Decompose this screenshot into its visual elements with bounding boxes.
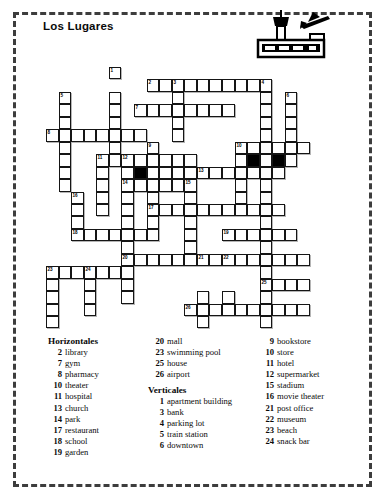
crossword-cell[interactable] (71, 216, 84, 229)
crossword-cell[interactable] (159, 79, 172, 92)
crossword-cell[interactable] (159, 154, 172, 167)
crossword-cell[interactable] (121, 167, 134, 179)
crossword-cell[interactable] (235, 179, 247, 192)
crossword-cell[interactable] (96, 167, 109, 179)
crossword-cell[interactable] (235, 192, 247, 204)
cell-number: 9 (149, 143, 152, 148)
clues-header-horizontales: Horizontales (48, 336, 99, 347)
clue-item: 25house (148, 358, 232, 369)
cell-number: 10 (237, 143, 242, 148)
clue-item: 3bank (148, 407, 232, 418)
clue-number: 12 (258, 369, 274, 379)
crossword-cell[interactable] (96, 204, 109, 216)
clue-number: 11 (258, 358, 274, 368)
crossword-cell[interactable] (134, 154, 147, 167)
crossword-cell[interactable] (285, 117, 297, 129)
clue-text: restaurant (65, 425, 99, 435)
crossword-cell[interactable] (147, 179, 159, 192)
clue-item: 24snack bar (258, 436, 324, 447)
crossword-cell[interactable] (235, 154, 247, 167)
crossword-cell[interactable] (297, 254, 310, 266)
crossword-cell[interactable] (184, 154, 197, 167)
clue-item: 16movie theater (258, 391, 324, 402)
crossword-cell[interactable] (260, 291, 272, 304)
crossword-cell[interactable] (247, 204, 260, 216)
cell-number: 23 (48, 267, 53, 272)
clue-number: 22 (258, 414, 274, 424)
crossword-cell[interactable]: 12 (121, 154, 134, 167)
crossword-cell[interactable] (272, 279, 285, 291)
crossword-cell[interactable] (147, 192, 159, 204)
crossword-cell[interactable] (172, 204, 184, 216)
clue-item: 17restaurant (48, 425, 99, 436)
cell-number: 12 (123, 155, 128, 160)
clue-number: 4 (148, 418, 164, 428)
crossword-cell[interactable] (134, 129, 147, 142)
clue-number: 2 (48, 347, 62, 357)
clue-list: 20mall23swimming pool25house26airport (148, 336, 232, 380)
crossword-cell[interactable] (134, 254, 147, 266)
clue-text: parking lot (167, 418, 204, 428)
crossword-cell[interactable]: 21 (197, 254, 209, 266)
crossword-cell[interactable] (235, 79, 247, 92)
clue-number: 21 (258, 403, 274, 413)
clue-text: house (167, 358, 187, 368)
crossword-cell[interactable] (260, 129, 272, 142)
crossword-cell[interactable] (285, 254, 297, 266)
clue-number: 9 (258, 336, 274, 346)
crossword-cell[interactable] (84, 304, 96, 316)
crossword-cell[interactable] (285, 304, 297, 316)
crossword-cell[interactable] (59, 104, 71, 117)
crossword-cell[interactable]: 13 (197, 167, 209, 179)
clue-item: 9bookstore (258, 336, 324, 347)
clue-number: 14 (48, 414, 62, 424)
clue-item: 23beach (258, 425, 324, 436)
clue-number: 19 (48, 447, 62, 457)
crossword-cell[interactable] (272, 254, 285, 266)
crossword-cell[interactable] (159, 179, 172, 192)
crossword-cell[interactable] (222, 79, 235, 92)
crossword-cell[interactable] (71, 266, 84, 279)
clue-text: downtown (167, 440, 203, 450)
cell-number: 4 (262, 80, 265, 85)
crossword-cell[interactable] (272, 142, 285, 154)
crossword-cell[interactable] (184, 241, 197, 254)
crossword-cell[interactable] (260, 92, 272, 104)
clue-text: swimming pool (167, 347, 221, 357)
crossword-cell[interactable] (247, 142, 260, 154)
cell-number: 17 (149, 205, 154, 210)
crossword-cell[interactable] (172, 254, 184, 266)
clue-item: 14park (48, 414, 99, 425)
crossword-cell[interactable] (109, 129, 121, 142)
crossword-cell[interactable] (109, 154, 121, 167)
clue-number: 13 (48, 403, 62, 413)
clue-item: 8pharmacy (48, 369, 99, 380)
clue-text: hospital (65, 391, 92, 401)
cell-number: 20 (123, 255, 128, 260)
crossword-cell[interactable] (159, 254, 172, 266)
crossword-cell[interactable] (272, 204, 285, 216)
clue-number: 26 (148, 369, 164, 379)
crossword-cell[interactable] (272, 304, 285, 316)
crossword-cell[interactable] (184, 216, 197, 229)
crossword-cell[interactable] (109, 92, 121, 104)
cell-number: 22 (224, 255, 229, 260)
crossword-cell[interactable] (260, 304, 272, 316)
crossword-cell[interactable] (285, 229, 297, 241)
clue-text: bookstore (277, 336, 311, 346)
crossword-cell[interactable] (46, 291, 59, 304)
crossword-cell[interactable] (121, 241, 134, 254)
crossword-cell[interactable] (172, 104, 184, 117)
crossword-cell[interactable] (59, 154, 71, 167)
crossword-cell[interactable] (222, 167, 235, 179)
crossword-cell[interactable] (247, 254, 260, 266)
crossword-cell[interactable] (285, 104, 297, 117)
crossword-cell[interactable] (260, 179, 272, 192)
cell-number: 26 (186, 305, 191, 310)
crossword-cell[interactable] (71, 129, 84, 142)
crossword-cell[interactable] (59, 142, 71, 154)
cell-number: 16 (73, 193, 78, 198)
clue-number: 24 (258, 436, 274, 446)
clues-column-middle: 20mall23swimming pool25house26airport Ve… (148, 336, 232, 451)
crossword-cell[interactable] (184, 204, 197, 216)
clue-text: museum (277, 414, 306, 424)
crossword-cell[interactable] (121, 266, 134, 279)
cell-number: 15 (186, 180, 191, 185)
crossword-cell[interactable] (59, 167, 71, 179)
crossword-cell[interactable] (235, 167, 247, 179)
crossword-cell[interactable] (59, 129, 71, 142)
crossword-cell[interactable] (260, 192, 272, 204)
crossword-cell[interactable] (121, 192, 134, 204)
crossword-cell[interactable] (247, 167, 260, 179)
crossword-cell-black (247, 154, 260, 167)
clue-item: 7gym (48, 358, 99, 369)
cell-number: 8 (48, 130, 51, 135)
crossword-cell[interactable] (272, 167, 285, 179)
cell-number: 11 (98, 155, 103, 160)
crossword-cell[interactable] (172, 92, 184, 104)
crossword-cell[interactable]: 7 (134, 104, 147, 117)
crossword-cell[interactable]: 4 (260, 79, 272, 92)
crossword-cell[interactable] (46, 279, 59, 291)
crossword-cell[interactable] (260, 167, 272, 179)
crossword-cell[interactable] (247, 229, 260, 241)
crossword-cell[interactable] (222, 204, 235, 216)
crossword-cell[interactable] (209, 104, 222, 117)
clue-text: apartment building (167, 396, 232, 406)
crossword-cell[interactable] (297, 304, 310, 316)
crossword-cell[interactable] (260, 316, 272, 328)
clue-number: 18 (48, 436, 62, 446)
crossword-cell-black (272, 154, 285, 167)
crossword-cell[interactable] (184, 192, 197, 204)
crossword-cell[interactable] (109, 104, 121, 117)
crossword-cell[interactable]: 16 (71, 192, 84, 204)
crossword-cell[interactable] (159, 204, 172, 216)
clue-text: post office (277, 403, 313, 413)
crossword-cell[interactable] (121, 204, 134, 216)
crossword-cell[interactable] (285, 154, 297, 167)
crossword-cell-black (134, 167, 147, 179)
crossword-cell[interactable] (235, 254, 247, 266)
crossword-cell[interactable] (260, 216, 272, 229)
clue-number: 5 (148, 429, 164, 439)
clue-number: 17 (48, 425, 62, 435)
crossword-cell[interactable] (121, 129, 134, 142)
crossword-cell[interactable] (235, 204, 247, 216)
clue-number: 25 (148, 358, 164, 368)
cell-number: 1 (111, 68, 114, 73)
crossword-cell[interactable] (147, 216, 159, 229)
crossword-cell[interactable]: 5 (59, 92, 71, 104)
crossword-cell[interactable] (159, 104, 172, 117)
clue-list: 9bookstore10store11hotel12supermarket15s… (258, 336, 324, 447)
crossword-cell[interactable] (209, 79, 222, 92)
crossword-cell[interactable] (96, 129, 109, 142)
clue-text: beach (277, 425, 297, 435)
crossword-cell[interactable] (172, 129, 184, 142)
clue-item: 5train station (148, 429, 232, 440)
crossword-cell[interactable] (121, 291, 134, 304)
crossword-cell[interactable]: 25 (260, 279, 272, 291)
crossword-cell[interactable] (197, 304, 209, 316)
cell-number: 14 (123, 180, 128, 185)
crossword-cell[interactable]: 10 (235, 142, 247, 154)
crossword-cell[interactable] (197, 104, 209, 117)
crossword-cell[interactable] (297, 279, 310, 291)
crossword-cell[interactable]: 22 (222, 254, 235, 266)
clue-text: supermarket (277, 369, 319, 379)
crossword-cell[interactable] (84, 291, 96, 304)
clue-item: 26airport (148, 369, 232, 380)
clue-text: bank (167, 407, 184, 417)
clue-number: 23 (258, 425, 274, 435)
clue-item: 4parking lot (148, 418, 232, 429)
crossword-cell[interactable] (172, 117, 184, 129)
crossword-cell[interactable] (184, 79, 197, 92)
crossword-cell[interactable] (260, 241, 272, 254)
crossword-cell[interactable] (197, 316, 209, 328)
crossword-cell[interactable] (209, 254, 222, 266)
clue-item: 13church (48, 403, 99, 414)
crossword-cell[interactable]: 18 (71, 229, 84, 241)
crossword-cell[interactable] (222, 291, 235, 304)
clue-item: 11hospital (48, 391, 99, 402)
crossword-cell[interactable] (121, 279, 134, 291)
cell-number: 19 (224, 230, 229, 235)
crossword-cell[interactable] (197, 204, 209, 216)
crossword-cell[interactable] (147, 104, 159, 117)
worksheet-page: Los Lugares 1234567891011121314151617181… (0, 0, 386, 500)
clue-text: train station (167, 429, 208, 439)
crossword-cell[interactable]: 19 (222, 229, 235, 241)
cell-number: 6 (287, 93, 290, 98)
clue-number: 7 (48, 358, 62, 368)
clue-text: store (277, 347, 294, 357)
crossword-cell[interactable] (209, 167, 222, 179)
crossword-cell[interactable] (109, 229, 121, 241)
crossword-cell[interactable] (285, 129, 297, 142)
crossword-cell[interactable] (260, 254, 272, 266)
crossword-cell[interactable] (109, 117, 121, 129)
clue-number: 10 (258, 347, 274, 357)
crossword-cell[interactable] (84, 279, 96, 291)
crossword-cell[interactable]: 26 (184, 304, 197, 316)
crossword-cell[interactable] (260, 104, 272, 117)
crossword-cell[interactable] (184, 254, 197, 266)
clue-item: 21post office (258, 403, 324, 414)
crossword-cell[interactable]: 20 (121, 254, 134, 266)
crossword-cell[interactable] (172, 154, 184, 167)
crossword-cell[interactable]: 8 (46, 129, 59, 142)
crossword-cell[interactable] (46, 316, 59, 328)
crossword-cell[interactable] (222, 304, 235, 316)
crossword-cell[interactable] (272, 229, 285, 241)
crossword-cell[interactable] (59, 117, 71, 129)
crossword-cell[interactable] (260, 204, 272, 216)
crossword-cell[interactable] (134, 179, 147, 192)
clue-item: 23swimming pool (148, 347, 232, 358)
crossword-cell[interactable] (147, 167, 159, 179)
crossword-cell[interactable] (147, 254, 159, 266)
clue-text: mall (167, 336, 182, 346)
crossword-cell[interactable] (285, 142, 297, 154)
clue-number: 15 (258, 380, 274, 390)
crossword-cell[interactable] (247, 304, 260, 316)
crossword-cell[interactable] (134, 229, 147, 241)
crossword-cell[interactable]: 23 (46, 266, 59, 279)
crossword-cell[interactable] (260, 142, 272, 154)
clue-list: 2library7gym8pharmacy10theater11hospital… (48, 347, 99, 458)
crossword-cell[interactable] (84, 129, 96, 142)
crossword-cell[interactable]: 17 (147, 204, 159, 216)
crossword-cell[interactable] (247, 79, 260, 92)
crossword-cell[interactable] (297, 142, 310, 154)
crossword-cell[interactable] (197, 79, 209, 92)
cell-number: 5 (61, 93, 64, 98)
crossword-cell[interactable] (46, 304, 59, 316)
crossword-cell[interactable]: 15 (184, 179, 197, 192)
clue-number: 20 (148, 336, 164, 346)
crossword-cell[interactable]: 24 (84, 266, 96, 279)
crossword-cell[interactable] (172, 179, 184, 192)
clue-number: 11 (48, 391, 62, 401)
crossword-cell[interactable] (147, 154, 159, 167)
crossword-cell[interactable] (260, 154, 272, 167)
crossword-cell[interactable] (147, 229, 159, 241)
clue-item: 18school (48, 436, 99, 447)
clue-item: 6downtown (148, 440, 232, 451)
clue-text: library (65, 347, 88, 357)
crossword-cell[interactable] (235, 229, 247, 241)
crossword-cell[interactable]: 14 (121, 179, 134, 192)
clues-column-horizontales: Horizontales 2library7gym8pharmacy10thea… (48, 336, 99, 458)
clue-text: church (65, 403, 88, 413)
crossword-cell[interactable] (59, 266, 71, 279)
cell-number: 7 (136, 105, 139, 110)
crossword-cell[interactable] (159, 167, 172, 179)
clue-number: 3 (148, 407, 164, 417)
crossword-cell[interactable] (184, 167, 197, 179)
clue-text: school (65, 436, 87, 446)
clue-text: pharmacy (65, 369, 99, 379)
cell-number: 3 (174, 80, 177, 85)
clue-number: 1 (148, 396, 164, 406)
clue-item: 15stadium (258, 380, 324, 391)
crossword-cell[interactable] (121, 216, 134, 229)
clue-text: gym (65, 358, 80, 368)
crossword-cell[interactable] (197, 291, 209, 304)
crossword-cell[interactable] (209, 304, 222, 316)
crossword-cell[interactable] (96, 179, 109, 192)
crossword-cell[interactable]: 9 (147, 142, 159, 154)
crossword-cell[interactable] (96, 266, 109, 279)
crossword-cell[interactable] (109, 142, 121, 154)
crossword-cell[interactable] (121, 229, 134, 241)
crossword-cell[interactable]: 1 (109, 67, 121, 79)
clues-column-right: 9bookstore10store11hotel12supermarket15s… (258, 336, 324, 447)
clues-header-verticales: Verticales (148, 385, 232, 396)
crossword-cell[interactable]: 6 (285, 92, 297, 104)
clue-text: movie theater (277, 391, 324, 401)
crossword-cell[interactable] (260, 117, 272, 129)
clue-item: 11hotel (258, 358, 324, 369)
crossword-cell[interactable] (285, 279, 297, 291)
clue-text: hotel (277, 358, 294, 368)
crossword-cell[interactable] (260, 266, 272, 279)
crossword-cell[interactable] (222, 104, 235, 117)
clue-number: 6 (148, 440, 164, 450)
clue-list: 1apartment building3bank4parking lot5tra… (148, 396, 232, 451)
crossword-cell[interactable] (235, 304, 247, 316)
cell-number: 24 (86, 267, 91, 272)
crossword-cell[interactable] (84, 229, 96, 241)
clue-item: 2library (48, 347, 99, 358)
crossword-grid: 1234567891011121314151617181920212223242… (0, 0, 386, 340)
clue-text: stadium (277, 380, 304, 390)
clue-item: 1apartment building (148, 396, 232, 407)
clue-item: 22museum (258, 414, 324, 425)
cell-number: 21 (199, 255, 204, 260)
clue-text: snack bar (277, 436, 310, 446)
crossword-cell[interactable] (260, 229, 272, 241)
crossword-cell[interactable] (184, 229, 197, 241)
cell-number: 18 (73, 230, 78, 235)
crossword-cell[interactable] (96, 192, 109, 204)
crossword-cell[interactable] (209, 204, 222, 216)
crossword-cell[interactable] (172, 167, 184, 179)
clue-item: 12supermarket (258, 369, 324, 380)
crossword-cell[interactable] (59, 179, 71, 192)
crossword-cell[interactable] (109, 266, 121, 279)
crossword-cell[interactable]: 11 (96, 154, 109, 167)
clue-item: 20mall (148, 336, 232, 347)
crossword-cell[interactable]: 3 (172, 79, 184, 92)
clue-number: 23 (148, 347, 164, 357)
clue-number: 16 (258, 391, 274, 401)
crossword-cell[interactable] (71, 204, 84, 216)
cell-number: 2 (149, 80, 152, 85)
clue-text: airport (167, 369, 190, 379)
crossword-cell[interactable]: 2 (147, 79, 159, 92)
crossword-cell[interactable] (96, 229, 109, 241)
crossword-cell[interactable] (184, 104, 197, 117)
